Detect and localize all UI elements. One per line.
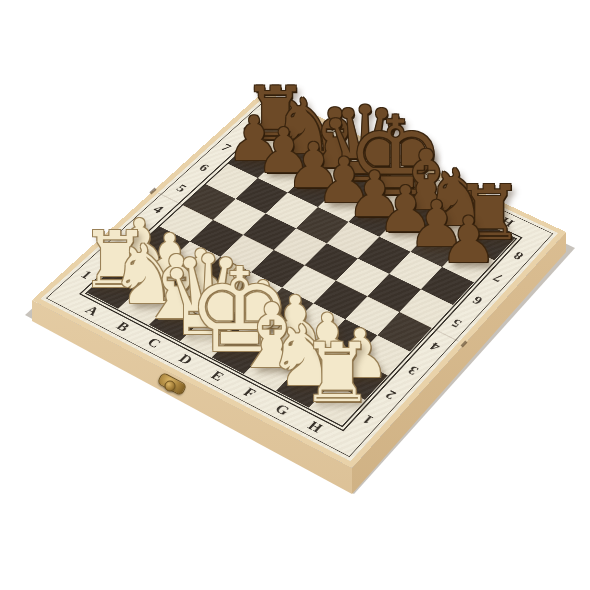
- product-photo-stage: AA88BB77CC66DD55EE44FF33GG22HH11 ♜♞♝♛♚♝♞…: [0, 0, 590, 590]
- piece-black-pawn-h7[interactable]: ♟: [440, 208, 497, 272]
- clasp-knob: [164, 381, 175, 392]
- pieces-layer: ♜♞♝♛♚♝♞♜♟♟♟♟♟♟♟♟♟♟♟♟♟♟♟♟♜♞♝♛♚♝♞♜: [0, 0, 590, 590]
- piece-white-rook-h1[interactable]: ♜: [301, 333, 374, 414]
